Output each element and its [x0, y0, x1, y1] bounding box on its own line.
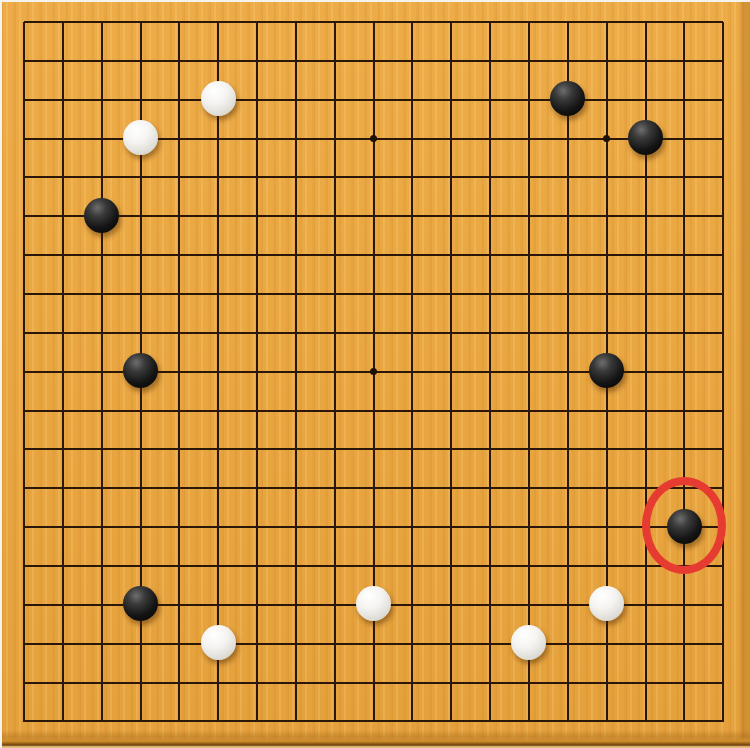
- intersection-B7[interactable]: [43, 469, 82, 508]
- intersection-R5[interactable]: [626, 547, 665, 586]
- intersection-J18[interactable]: [315, 41, 354, 80]
- intersection-R8[interactable]: [626, 430, 665, 469]
- intersection-H18[interactable]: [277, 41, 316, 80]
- intersection-Q8[interactable]: [587, 430, 626, 469]
- intersection-N12[interactable]: [471, 275, 510, 314]
- intersection-J15[interactable]: [315, 158, 354, 197]
- intersection-M15[interactable]: [432, 158, 471, 197]
- intersection-E17[interactable]: [160, 80, 199, 119]
- intersection-H5[interactable]: [277, 547, 316, 586]
- intersection-L18[interactable]: [393, 41, 432, 80]
- intersection-F14[interactable]: [199, 197, 238, 236]
- intersection-R4[interactable]: [626, 585, 665, 624]
- intersection-C17[interactable]: [82, 80, 121, 119]
- intersection-D3[interactable]: [121, 624, 160, 663]
- intersection-R14[interactable]: [626, 197, 665, 236]
- intersection-K7[interactable]: [354, 469, 393, 508]
- intersection-P18[interactable]: [548, 41, 587, 80]
- intersection-B6[interactable]: [43, 508, 82, 547]
- intersection-Q12[interactable]: [587, 275, 626, 314]
- intersection-S9[interactable]: [665, 391, 704, 430]
- intersection-G2[interactable]: [238, 663, 277, 702]
- intersection-D2[interactable]: [121, 663, 160, 702]
- intersection-T19[interactable]: [704, 3, 743, 42]
- intersection-T17[interactable]: [704, 80, 743, 119]
- intersection-F2[interactable]: [199, 663, 238, 702]
- intersection-P16[interactable]: [548, 119, 587, 158]
- intersection-M14[interactable]: [432, 197, 471, 236]
- intersection-M9[interactable]: [432, 391, 471, 430]
- intersection-M16[interactable]: [432, 119, 471, 158]
- intersection-H6[interactable]: [277, 508, 316, 547]
- intersection-O19[interactable]: [510, 3, 549, 42]
- intersection-A15[interactable]: [5, 158, 44, 197]
- intersection-C8[interactable]: [82, 430, 121, 469]
- intersection-L6[interactable]: [393, 508, 432, 547]
- intersection-T4[interactable]: [704, 585, 743, 624]
- intersection-K12[interactable]: [354, 275, 393, 314]
- intersection-Q9[interactable]: [587, 391, 626, 430]
- intersection-O13[interactable]: [510, 236, 549, 275]
- intersection-O11[interactable]: [510, 313, 549, 352]
- intersection-E16[interactable]: [160, 119, 199, 158]
- intersection-L14[interactable]: [393, 197, 432, 236]
- intersection-D4[interactable]: [121, 585, 160, 624]
- intersection-R17[interactable]: [626, 80, 665, 119]
- intersection-N2[interactable]: [471, 663, 510, 702]
- intersection-F8[interactable]: [199, 430, 238, 469]
- intersection-M19[interactable]: [432, 3, 471, 42]
- intersection-J9[interactable]: [315, 391, 354, 430]
- intersection-R3[interactable]: [626, 624, 665, 663]
- intersection-G16[interactable]: [238, 119, 277, 158]
- intersection-F6[interactable]: [199, 508, 238, 547]
- intersection-H4[interactable]: [277, 585, 316, 624]
- intersection-K14[interactable]: [354, 197, 393, 236]
- intersection-L15[interactable]: [393, 158, 432, 197]
- intersection-A19[interactable]: [5, 3, 44, 42]
- intersection-F19[interactable]: [199, 3, 238, 42]
- intersection-N17[interactable]: [471, 80, 510, 119]
- intersection-B13[interactable]: [43, 236, 82, 275]
- intersection-E18[interactable]: [160, 41, 199, 80]
- intersection-Q3[interactable]: [587, 624, 626, 663]
- intersection-J3[interactable]: [315, 624, 354, 663]
- intersection-O7[interactable]: [510, 469, 549, 508]
- intersection-H3[interactable]: [277, 624, 316, 663]
- intersection-T3[interactable]: [704, 624, 743, 663]
- intersection-T12[interactable]: [704, 275, 743, 314]
- intersection-T2[interactable]: [704, 663, 743, 702]
- intersection-H10[interactable]: [277, 352, 316, 391]
- intersection-M8[interactable]: [432, 430, 471, 469]
- intersection-L19[interactable]: [393, 3, 432, 42]
- intersection-S14[interactable]: [665, 197, 704, 236]
- intersection-P17[interactable]: [548, 80, 587, 119]
- intersection-P15[interactable]: [548, 158, 587, 197]
- intersection-S2[interactable]: [665, 663, 704, 702]
- intersection-B19[interactable]: [43, 3, 82, 42]
- intersection-H14[interactable]: [277, 197, 316, 236]
- intersection-L3[interactable]: [393, 624, 432, 663]
- intersection-E3[interactable]: [160, 624, 199, 663]
- intersection-L12[interactable]: [393, 275, 432, 314]
- intersection-C6[interactable]: [82, 508, 121, 547]
- intersection-N5[interactable]: [471, 547, 510, 586]
- intersection-C13[interactable]: [82, 236, 121, 275]
- intersection-N18[interactable]: [471, 41, 510, 80]
- intersection-F18[interactable]: [199, 41, 238, 80]
- intersection-T9[interactable]: [704, 391, 743, 430]
- intersection-D13[interactable]: [121, 236, 160, 275]
- intersection-H11[interactable]: [277, 313, 316, 352]
- intersection-L13[interactable]: [393, 236, 432, 275]
- intersection-E9[interactable]: [160, 391, 199, 430]
- intersection-S6[interactable]: [665, 508, 704, 547]
- intersection-G5[interactable]: [238, 547, 277, 586]
- intersection-H16[interactable]: [277, 119, 316, 158]
- intersection-D19[interactable]: [121, 3, 160, 42]
- intersection-F5[interactable]: [199, 547, 238, 586]
- intersection-D8[interactable]: [121, 430, 160, 469]
- intersection-F11[interactable]: [199, 313, 238, 352]
- intersection-J8[interactable]: [315, 430, 354, 469]
- intersection-G8[interactable]: [238, 430, 277, 469]
- intersection-D12[interactable]: [121, 275, 160, 314]
- intersection-N10[interactable]: [471, 352, 510, 391]
- intersection-C3[interactable]: [82, 624, 121, 663]
- intersection-T6[interactable]: [704, 508, 743, 547]
- intersection-D9[interactable]: [121, 391, 160, 430]
- intersection-K9[interactable]: [354, 391, 393, 430]
- intersection-M3[interactable]: [432, 624, 471, 663]
- intersection-R9[interactable]: [626, 391, 665, 430]
- intersection-F17[interactable]: [199, 80, 238, 119]
- intersection-O6[interactable]: [510, 508, 549, 547]
- intersection-B15[interactable]: [43, 158, 82, 197]
- intersection-J19[interactable]: [315, 3, 354, 42]
- intersection-L11[interactable]: [393, 313, 432, 352]
- intersection-G19[interactable]: [238, 3, 277, 42]
- intersection-K17[interactable]: [354, 80, 393, 119]
- intersection-O14[interactable]: [510, 197, 549, 236]
- intersection-P12[interactable]: [548, 275, 587, 314]
- intersection-O17[interactable]: [510, 80, 549, 119]
- intersection-B10[interactable]: [43, 352, 82, 391]
- intersection-R16[interactable]: [626, 119, 665, 158]
- intersection-B12[interactable]: [43, 275, 82, 314]
- intersection-N3[interactable]: [471, 624, 510, 663]
- intersection-P8[interactable]: [548, 430, 587, 469]
- intersection-R10[interactable]: [626, 352, 665, 391]
- intersection-N11[interactable]: [471, 313, 510, 352]
- intersection-M18[interactable]: [432, 41, 471, 80]
- intersection-C16[interactable]: [82, 119, 121, 158]
- intersection-F15[interactable]: [199, 158, 238, 197]
- intersection-G7[interactable]: [238, 469, 277, 508]
- intersection-S8[interactable]: [665, 430, 704, 469]
- intersection-B2[interactable]: [43, 663, 82, 702]
- intersection-K13[interactable]: [354, 236, 393, 275]
- intersection-N13[interactable]: [471, 236, 510, 275]
- intersection-N15[interactable]: [471, 158, 510, 197]
- intersection-C11[interactable]: [82, 313, 121, 352]
- intersection-C14[interactable]: [82, 197, 121, 236]
- intersection-H8[interactable]: [277, 430, 316, 469]
- intersection-O8[interactable]: [510, 430, 549, 469]
- intersection-M4[interactable]: [432, 585, 471, 624]
- intersection-P19[interactable]: [548, 3, 587, 42]
- intersection-O3[interactable]: [510, 624, 549, 663]
- intersection-M11[interactable]: [432, 313, 471, 352]
- intersection-E19[interactable]: [160, 3, 199, 42]
- intersection-T11[interactable]: [704, 313, 743, 352]
- intersection-A4[interactable]: [5, 585, 44, 624]
- intersection-S3[interactable]: [665, 624, 704, 663]
- intersection-A18[interactable]: [5, 41, 44, 80]
- intersection-L9[interactable]: [393, 391, 432, 430]
- intersection-K2[interactable]: [354, 663, 393, 702]
- intersection-O2[interactable]: [510, 663, 549, 702]
- intersection-K18[interactable]: [354, 41, 393, 80]
- intersection-Q18[interactable]: [587, 41, 626, 80]
- intersection-A13[interactable]: [5, 236, 44, 275]
- intersection-O16[interactable]: [510, 119, 549, 158]
- intersection-A7[interactable]: [5, 469, 44, 508]
- intersection-D5[interactable]: [121, 547, 160, 586]
- intersection-O18[interactable]: [510, 41, 549, 80]
- intersection-H17[interactable]: [277, 80, 316, 119]
- intersection-T13[interactable]: [704, 236, 743, 275]
- intersection-K11[interactable]: [354, 313, 393, 352]
- intersection-G17[interactable]: [238, 80, 277, 119]
- intersection-S18[interactable]: [665, 41, 704, 80]
- intersection-C2[interactable]: [82, 663, 121, 702]
- intersection-S15[interactable]: [665, 158, 704, 197]
- intersection-F12[interactable]: [199, 275, 238, 314]
- intersection-J5[interactable]: [315, 547, 354, 586]
- intersection-Q6[interactable]: [587, 508, 626, 547]
- intersection-R7[interactable]: [626, 469, 665, 508]
- intersection-O15[interactable]: [510, 158, 549, 197]
- intersection-E13[interactable]: [160, 236, 199, 275]
- intersection-S19[interactable]: [665, 3, 704, 42]
- intersection-F3[interactable]: [199, 624, 238, 663]
- intersection-S5[interactable]: [665, 547, 704, 586]
- intersection-P5[interactable]: [548, 547, 587, 586]
- intersection-G10[interactable]: [238, 352, 277, 391]
- intersection-A14[interactable]: [5, 197, 44, 236]
- intersection-T8[interactable]: [704, 430, 743, 469]
- intersection-T18[interactable]: [704, 41, 743, 80]
- intersection-L4[interactable]: [393, 585, 432, 624]
- intersection-N6[interactable]: [471, 508, 510, 547]
- intersection-C4[interactable]: [82, 585, 121, 624]
- intersection-J11[interactable]: [315, 313, 354, 352]
- intersection-D14[interactable]: [121, 197, 160, 236]
- intersection-R6[interactable]: [626, 508, 665, 547]
- intersection-P10[interactable]: [548, 352, 587, 391]
- intersection-A16[interactable]: [5, 119, 44, 158]
- intersection-F16[interactable]: [199, 119, 238, 158]
- intersection-M7[interactable]: [432, 469, 471, 508]
- intersection-C9[interactable]: [82, 391, 121, 430]
- intersection-B9[interactable]: [43, 391, 82, 430]
- intersection-K19[interactable]: [354, 3, 393, 42]
- intersection-D10[interactable]: [121, 352, 160, 391]
- intersection-R2[interactable]: [626, 663, 665, 702]
- intersection-P9[interactable]: [548, 391, 587, 430]
- intersection-L5[interactable]: [393, 547, 432, 586]
- intersection-R15[interactable]: [626, 158, 665, 197]
- intersection-R13[interactable]: [626, 236, 665, 275]
- intersection-L2[interactable]: [393, 663, 432, 702]
- intersection-K15[interactable]: [354, 158, 393, 197]
- intersection-K8[interactable]: [354, 430, 393, 469]
- intersection-H9[interactable]: [277, 391, 316, 430]
- intersection-E11[interactable]: [160, 313, 199, 352]
- intersection-H7[interactable]: [277, 469, 316, 508]
- intersection-L7[interactable]: [393, 469, 432, 508]
- intersection-F7[interactable]: [199, 469, 238, 508]
- intersection-J4[interactable]: [315, 585, 354, 624]
- intersection-E10[interactable]: [160, 352, 199, 391]
- intersection-R12[interactable]: [626, 275, 665, 314]
- intersection-T14[interactable]: [704, 197, 743, 236]
- intersection-E15[interactable]: [160, 158, 199, 197]
- intersection-A6[interactable]: [5, 508, 44, 547]
- intersection-J7[interactable]: [315, 469, 354, 508]
- intersection-F9[interactable]: [199, 391, 238, 430]
- intersection-E4[interactable]: [160, 585, 199, 624]
- intersection-N9[interactable]: [471, 391, 510, 430]
- intersection-K16[interactable]: [354, 119, 393, 158]
- intersection-M2[interactable]: [432, 663, 471, 702]
- intersection-A12[interactable]: [5, 275, 44, 314]
- intersection-P3[interactable]: [548, 624, 587, 663]
- intersection-C15[interactable]: [82, 158, 121, 197]
- intersection-P4[interactable]: [548, 585, 587, 624]
- intersection-B3[interactable]: [43, 624, 82, 663]
- intersection-B16[interactable]: [43, 119, 82, 158]
- intersection-J12[interactable]: [315, 275, 354, 314]
- intersection-Q17[interactable]: [587, 80, 626, 119]
- intersection-S12[interactable]: [665, 275, 704, 314]
- intersection-Q4[interactable]: [587, 585, 626, 624]
- intersection-S17[interactable]: [665, 80, 704, 119]
- intersection-K3[interactable]: [354, 624, 393, 663]
- intersection-G6[interactable]: [238, 508, 277, 547]
- intersection-Q19[interactable]: [587, 3, 626, 42]
- intersection-Q5[interactable]: [587, 547, 626, 586]
- intersection-P11[interactable]: [548, 313, 587, 352]
- intersection-N14[interactable]: [471, 197, 510, 236]
- intersection-H12[interactable]: [277, 275, 316, 314]
- intersection-C18[interactable]: [82, 41, 121, 80]
- intersection-D6[interactable]: [121, 508, 160, 547]
- intersection-G15[interactable]: [238, 158, 277, 197]
- intersection-G14[interactable]: [238, 197, 277, 236]
- intersection-Q15[interactable]: [587, 158, 626, 197]
- intersection-E8[interactable]: [160, 430, 199, 469]
- intersection-M17[interactable]: [432, 80, 471, 119]
- intersection-E2[interactable]: [160, 663, 199, 702]
- intersection-B14[interactable]: [43, 197, 82, 236]
- intersection-G11[interactable]: [238, 313, 277, 352]
- intersection-M5[interactable]: [432, 547, 471, 586]
- intersection-F13[interactable]: [199, 236, 238, 275]
- intersection-N8[interactable]: [471, 430, 510, 469]
- intersection-J13[interactable]: [315, 236, 354, 275]
- intersection-C10[interactable]: [82, 352, 121, 391]
- intersection-S10[interactable]: [665, 352, 704, 391]
- intersection-A2[interactable]: [5, 663, 44, 702]
- intersection-H15[interactable]: [277, 158, 316, 197]
- intersection-J16[interactable]: [315, 119, 354, 158]
- intersection-J14[interactable]: [315, 197, 354, 236]
- intersection-L16[interactable]: [393, 119, 432, 158]
- intersection-A3[interactable]: [5, 624, 44, 663]
- intersection-M12[interactable]: [432, 275, 471, 314]
- intersection-J10[interactable]: [315, 352, 354, 391]
- intersection-P2[interactable]: [548, 663, 587, 702]
- intersection-Q2[interactable]: [587, 663, 626, 702]
- intersection-T16[interactable]: [704, 119, 743, 158]
- intersection-G13[interactable]: [238, 236, 277, 275]
- intersection-S13[interactable]: [665, 236, 704, 275]
- intersection-H13[interactable]: [277, 236, 316, 275]
- intersection-S11[interactable]: [665, 313, 704, 352]
- intersection-A8[interactable]: [5, 430, 44, 469]
- intersection-G12[interactable]: [238, 275, 277, 314]
- intersection-H2[interactable]: [277, 663, 316, 702]
- intersection-G18[interactable]: [238, 41, 277, 80]
- intersection-M6[interactable]: [432, 508, 471, 547]
- intersection-R11[interactable]: [626, 313, 665, 352]
- intersection-D16[interactable]: [121, 119, 160, 158]
- intersection-R19[interactable]: [626, 3, 665, 42]
- intersection-N7[interactable]: [471, 469, 510, 508]
- intersection-B17[interactable]: [43, 80, 82, 119]
- intersection-C7[interactable]: [82, 469, 121, 508]
- intersection-P14[interactable]: [548, 197, 587, 236]
- intersection-E7[interactable]: [160, 469, 199, 508]
- intersection-L8[interactable]: [393, 430, 432, 469]
- intersection-J6[interactable]: [315, 508, 354, 547]
- intersection-M10[interactable]: [432, 352, 471, 391]
- intersection-D7[interactable]: [121, 469, 160, 508]
- intersection-G9[interactable]: [238, 391, 277, 430]
- intersection-F4[interactable]: [199, 585, 238, 624]
- intersection-E6[interactable]: [160, 508, 199, 547]
- intersection-G3[interactable]: [238, 624, 277, 663]
- intersection-A11[interactable]: [5, 313, 44, 352]
- intersection-Q16[interactable]: [587, 119, 626, 158]
- intersection-T5[interactable]: [704, 547, 743, 586]
- intersection-Q11[interactable]: [587, 313, 626, 352]
- intersection-E14[interactable]: [160, 197, 199, 236]
- intersection-M13[interactable]: [432, 236, 471, 275]
- intersection-O5[interactable]: [510, 547, 549, 586]
- intersection-K5[interactable]: [354, 547, 393, 586]
- intersection-J2[interactable]: [315, 663, 354, 702]
- intersection-Q13[interactable]: [587, 236, 626, 275]
- intersection-H19[interactable]: [277, 3, 316, 42]
- intersection-G4[interactable]: [238, 585, 277, 624]
- intersection-T15[interactable]: [704, 158, 743, 197]
- intersection-K4[interactable]: [354, 585, 393, 624]
- intersection-B18[interactable]: [43, 41, 82, 80]
